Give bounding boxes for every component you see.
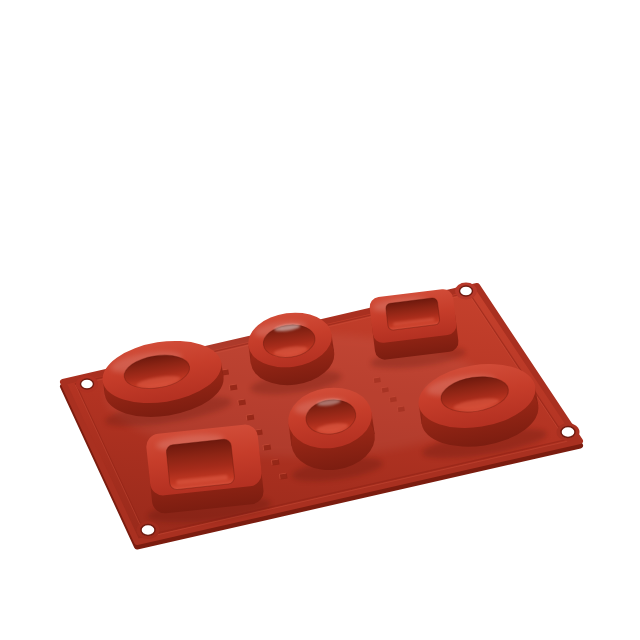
product-photo-silicone-mold xyxy=(0,0,640,640)
cavity-front-left-square xyxy=(139,423,272,527)
emboss-mark xyxy=(389,396,397,402)
corner-hole-right xyxy=(557,423,580,441)
emboss-mark xyxy=(279,473,288,480)
hole-opening xyxy=(81,379,94,389)
emboss-mark xyxy=(397,406,405,412)
mold-scene xyxy=(0,0,640,640)
cavity-back-right-square xyxy=(363,287,467,372)
hole-opening xyxy=(460,286,473,296)
corner-hole-top xyxy=(455,283,477,300)
emboss-mark xyxy=(263,444,272,451)
emboss-mark xyxy=(229,384,238,391)
hole-opening xyxy=(141,525,155,536)
emboss-mark xyxy=(246,414,255,421)
emboss-mark xyxy=(271,459,280,466)
corner-hole-left xyxy=(76,376,98,393)
corner-hole-bottom xyxy=(137,521,160,539)
emboss-mark xyxy=(237,399,246,406)
emboss-mark xyxy=(373,377,381,383)
emboss-mark xyxy=(381,386,389,392)
hole-opening xyxy=(561,427,575,438)
